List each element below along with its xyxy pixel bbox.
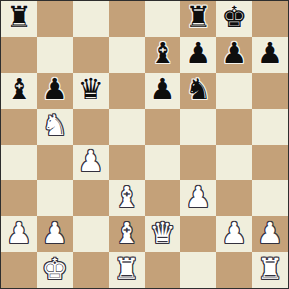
square-h6[interactable] <box>252 73 288 109</box>
black-knight-f6[interactable]: ♞ <box>185 75 211 104</box>
square-b3[interactable] <box>37 180 73 216</box>
white-rook-h1[interactable]: ♜ <box>257 255 283 284</box>
square-e5[interactable] <box>145 109 181 145</box>
square-g3[interactable] <box>216 180 252 216</box>
black-rook-f8[interactable]: ♜ <box>185 3 211 32</box>
white-pawn-c4[interactable]: ♟ <box>78 147 104 176</box>
square-a3[interactable] <box>1 180 37 216</box>
white-bishop-d3[interactable]: ♝ <box>114 183 140 212</box>
white-pawn-a2[interactable]: ♟ <box>6 219 32 248</box>
square-d8[interactable] <box>109 1 145 37</box>
black-bishop-a6[interactable]: ♝ <box>6 75 32 104</box>
black-pawn-e6[interactable]: ♟ <box>149 75 175 104</box>
square-f5[interactable] <box>180 109 216 145</box>
square-c2[interactable] <box>73 216 109 252</box>
black-rook-a8[interactable]: ♜ <box>6 3 32 32</box>
square-f4[interactable] <box>180 145 216 181</box>
square-c8[interactable] <box>73 1 109 37</box>
chess-board: ♜♜♚♝♟♟♟♝♟♛♟♞♞♟♝♟♟♟♝♛♟♟♚♜♜ <box>0 0 289 289</box>
square-f3[interactable]: ♟ <box>180 180 216 216</box>
square-a4[interactable] <box>1 145 37 181</box>
square-c3[interactable] <box>73 180 109 216</box>
square-b1[interactable]: ♚ <box>37 252 73 288</box>
square-d4[interactable] <box>109 145 145 181</box>
white-pawn-g2[interactable]: ♟ <box>221 219 247 248</box>
square-b4[interactable] <box>37 145 73 181</box>
chess-board-wrapper: ♜♜♚♝♟♟♟♝♟♛♟♞♞♟♝♟♟♟♝♛♟♟♚♜♜ <box>0 0 289 289</box>
square-a6[interactable]: ♝ <box>1 73 37 109</box>
square-h4[interactable] <box>252 145 288 181</box>
white-pawn-h2[interactable]: ♟ <box>257 219 283 248</box>
square-a5[interactable] <box>1 109 37 145</box>
square-d7[interactable] <box>109 37 145 73</box>
square-d5[interactable] <box>109 109 145 145</box>
square-h2[interactable]: ♟ <box>252 216 288 252</box>
square-e6[interactable]: ♟ <box>145 73 181 109</box>
square-f2[interactable] <box>180 216 216 252</box>
square-c1[interactable] <box>73 252 109 288</box>
square-d2[interactable]: ♝ <box>109 216 145 252</box>
square-c5[interactable] <box>73 109 109 145</box>
square-d3[interactable]: ♝ <box>109 180 145 216</box>
square-e4[interactable] <box>145 145 181 181</box>
square-f7[interactable]: ♟ <box>180 37 216 73</box>
square-e1[interactable] <box>145 252 181 288</box>
white-pawn-b2[interactable]: ♟ <box>42 219 68 248</box>
black-bishop-e7[interactable]: ♝ <box>149 39 175 68</box>
square-c7[interactable] <box>73 37 109 73</box>
square-a2[interactable]: ♟ <box>1 216 37 252</box>
black-king-g8[interactable]: ♚ <box>221 3 247 32</box>
square-a7[interactable] <box>1 37 37 73</box>
white-king-b1[interactable]: ♚ <box>42 255 68 284</box>
square-g5[interactable] <box>216 109 252 145</box>
square-g1[interactable] <box>216 252 252 288</box>
square-g2[interactable]: ♟ <box>216 216 252 252</box>
square-e2[interactable]: ♛ <box>145 216 181 252</box>
square-f1[interactable] <box>180 252 216 288</box>
square-f8[interactable]: ♜ <box>180 1 216 37</box>
black-pawn-h7[interactable]: ♟ <box>257 39 283 68</box>
white-bishop-d2[interactable]: ♝ <box>114 219 140 248</box>
square-c4[interactable]: ♟ <box>73 145 109 181</box>
square-h1[interactable]: ♜ <box>252 252 288 288</box>
white-knight-b5[interactable]: ♞ <box>42 111 68 140</box>
black-pawn-f7[interactable]: ♟ <box>185 39 211 68</box>
black-pawn-b6[interactable]: ♟ <box>42 75 68 104</box>
square-e7[interactable]: ♝ <box>145 37 181 73</box>
square-h5[interactable] <box>252 109 288 145</box>
square-b2[interactable]: ♟ <box>37 216 73 252</box>
square-f6[interactable]: ♞ <box>180 73 216 109</box>
square-g7[interactable]: ♟ <box>216 37 252 73</box>
square-a8[interactable]: ♜ <box>1 1 37 37</box>
square-e8[interactable] <box>145 1 181 37</box>
white-pawn-f3[interactable]: ♟ <box>185 183 211 212</box>
square-a1[interactable] <box>1 252 37 288</box>
square-b8[interactable] <box>37 1 73 37</box>
square-b7[interactable] <box>37 37 73 73</box>
square-c6[interactable]: ♛ <box>73 73 109 109</box>
black-pawn-g7[interactable]: ♟ <box>221 39 247 68</box>
square-h8[interactable] <box>252 1 288 37</box>
square-h7[interactable]: ♟ <box>252 37 288 73</box>
white-rook-d1[interactable]: ♜ <box>114 255 140 284</box>
white-queen-e2[interactable]: ♛ <box>149 219 175 248</box>
black-queen-c6[interactable]: ♛ <box>78 75 104 104</box>
square-d1[interactable]: ♜ <box>109 252 145 288</box>
square-g6[interactable] <box>216 73 252 109</box>
square-b6[interactable]: ♟ <box>37 73 73 109</box>
square-g8[interactable]: ♚ <box>216 1 252 37</box>
square-h3[interactable] <box>252 180 288 216</box>
square-b5[interactable]: ♞ <box>37 109 73 145</box>
square-d6[interactable] <box>109 73 145 109</box>
square-e3[interactable] <box>145 180 181 216</box>
square-g4[interactable] <box>216 145 252 181</box>
